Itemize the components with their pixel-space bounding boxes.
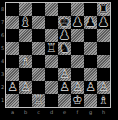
square-f1[interactable]: ♔ [71, 94, 84, 107]
square-e5[interactable]: ♞ [58, 42, 71, 55]
piece-white-pawn: ♙ [19, 81, 32, 94]
square-a8[interactable] [6, 3, 19, 16]
square-e2[interactable]: ♙ [58, 81, 71, 94]
chess-board: ♜♝♚♟♟♟♟♖♞♗♙♙♙♙♙♙♙♖♔♗ [6, 3, 110, 107]
square-h5[interactable] [97, 42, 110, 55]
square-d7[interactable] [45, 16, 58, 29]
piece-white-rook: ♖ [32, 94, 45, 107]
square-c7[interactable] [32, 16, 45, 29]
square-c4[interactable] [32, 55, 45, 68]
square-h1[interactable]: ♗ [97, 94, 110, 107]
file-label-a: a [6, 109, 19, 116]
square-d1[interactable] [45, 94, 58, 107]
file-labels: abcdefgh [6, 109, 110, 116]
square-b2[interactable]: ♙ [19, 81, 32, 94]
piece-white-rook: ♖ [45, 42, 58, 55]
square-f4[interactable] [71, 55, 84, 68]
file-label-g: g [84, 109, 97, 116]
square-b7[interactable]: ♝ [19, 16, 32, 29]
square-a2[interactable]: ♙ [6, 81, 19, 94]
square-f5[interactable] [71, 42, 84, 55]
piece-white-pawn: ♙ [58, 81, 71, 94]
piece-black-pawn: ♟ [84, 16, 97, 29]
square-h7[interactable]: ♟ [97, 16, 110, 29]
piece-white-king: ♔ [71, 94, 84, 107]
square-d3[interactable] [45, 68, 58, 81]
square-c3[interactable] [32, 68, 45, 81]
chess-app-screen: 87654321 ♜♝♚♟♟♟♟♖♞♗♙♙♙♙♙♙♙♖♔♗ abcdefgh [0, 0, 118, 120]
square-d2[interactable] [45, 81, 58, 94]
square-c1[interactable]: ♖ [32, 94, 45, 107]
piece-white-bishop: ♗ [97, 94, 110, 107]
square-f6[interactable] [71, 29, 84, 42]
square-a7[interactable] [6, 16, 19, 29]
piece-white-bishop: ♗ [19, 55, 32, 68]
square-g7[interactable]: ♟ [84, 16, 97, 29]
square-h6[interactable] [97, 29, 110, 42]
piece-black-pawn: ♟ [71, 16, 84, 29]
square-a4[interactable] [6, 55, 19, 68]
square-g1[interactable] [84, 94, 97, 107]
square-g4[interactable] [84, 55, 97, 68]
square-g5[interactable] [84, 42, 97, 55]
square-b1[interactable] [19, 94, 32, 107]
square-c5[interactable] [32, 42, 45, 55]
square-a5[interactable] [6, 42, 19, 55]
file-label-e: e [58, 109, 71, 116]
piece-black-bishop: ♝ [19, 16, 32, 29]
file-label-b: b [19, 109, 32, 116]
piece-white-pawn: ♙ [6, 81, 19, 94]
square-e1[interactable] [58, 94, 71, 107]
piece-white-pawn: ♙ [84, 81, 97, 94]
square-b4[interactable]: ♗ [19, 55, 32, 68]
file-label-h: h [97, 109, 110, 116]
square-c8[interactable] [32, 3, 45, 16]
square-a6[interactable] [6, 29, 19, 42]
square-g2[interactable]: ♙ [84, 81, 97, 94]
square-a1[interactable] [6, 94, 19, 107]
square-d5[interactable]: ♖ [45, 42, 58, 55]
board-frame: ♜♝♚♟♟♟♟♖♞♗♙♙♙♙♙♙♙♖♔♗ [5, 2, 111, 108]
file-label-d: d [45, 109, 58, 116]
file-label-f: f [71, 109, 84, 116]
file-label-c: c [32, 109, 45, 116]
square-f7[interactable]: ♟ [71, 16, 84, 29]
piece-black-knight: ♞ [58, 42, 71, 55]
square-d4[interactable] [45, 55, 58, 68]
square-d8[interactable] [45, 3, 58, 16]
piece-black-pawn: ♟ [97, 16, 110, 29]
square-g6[interactable] [84, 29, 97, 42]
square-b6[interactable] [19, 29, 32, 42]
square-c6[interactable] [32, 29, 45, 42]
square-h4[interactable] [97, 55, 110, 68]
